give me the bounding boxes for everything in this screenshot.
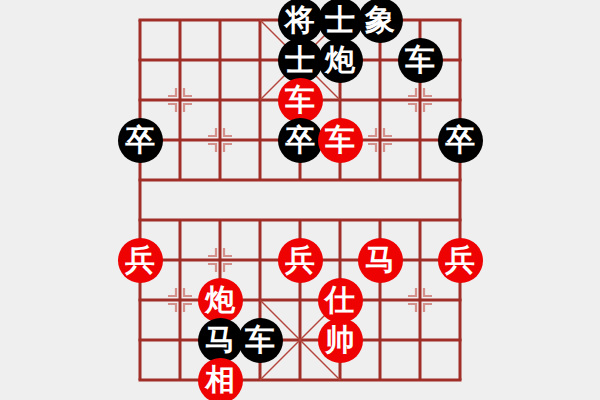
piece-black-general[interactable]: 将 (278, 0, 323, 43)
piece-black-cannon[interactable]: 炮 (318, 38, 363, 83)
piece-red-soldier-1[interactable]: 兵 (118, 238, 163, 283)
piece-black-advisor-1[interactable]: 士 (318, 0, 363, 43)
piece-black-advisor-2[interactable]: 士 (278, 38, 323, 83)
piece-black-elephant[interactable]: 象 (358, 0, 403, 43)
piece-red-horse[interactable]: 马 (358, 238, 403, 283)
piece-red-general[interactable]: 帅 (318, 318, 363, 363)
piece-black-chariot-2[interactable]: 车 (238, 318, 283, 363)
piece-red-soldier-3[interactable]: 兵 (438, 238, 483, 283)
piece-black-soldier-3[interactable]: 卒 (438, 118, 483, 163)
piece-red-soldier-2[interactable]: 兵 (278, 238, 323, 283)
piece-black-soldier-1[interactable]: 卒 (118, 118, 163, 163)
piece-red-chariot-2[interactable]: 车 (318, 118, 363, 163)
xiangqi-board-screen: 将士象士炮车车卒卒车卒兵兵马兵炮仕马车帅相 (0, 0, 600, 400)
piece-black-soldier-2[interactable]: 卒 (278, 118, 323, 163)
piece-red-advisor[interactable]: 仕 (318, 278, 363, 323)
piece-red-cannon[interactable]: 炮 (198, 278, 243, 323)
piece-black-chariot-1[interactable]: 车 (398, 38, 443, 83)
piece-black-horse[interactable]: 马 (198, 318, 243, 363)
piece-red-elephant[interactable]: 相 (198, 358, 243, 400)
pieces-layer: 将士象士炮车车卒卒车卒兵兵马兵炮仕马车帅相 (120, 0, 480, 400)
piece-red-chariot-1[interactable]: 车 (278, 78, 323, 123)
